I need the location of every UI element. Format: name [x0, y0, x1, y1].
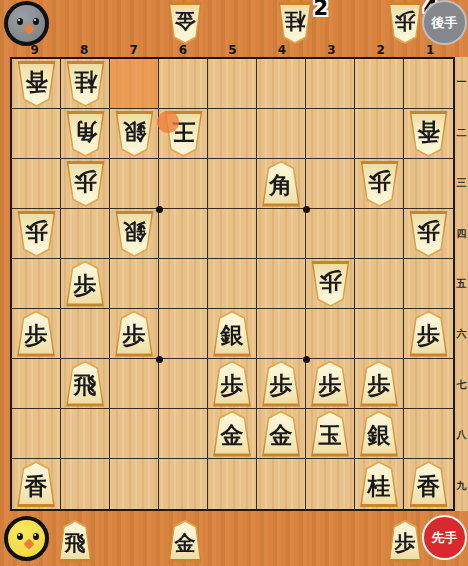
piece-kanji: 香	[25, 475, 48, 498]
piece-kanji: 銀	[123, 120, 146, 143]
piece-kanji: 飛	[74, 374, 97, 397]
gote-hand-歩[interactable]: 歩4	[387, 2, 423, 44]
sente-piece-飛[interactable]: 飛	[65, 361, 106, 407]
sente-piece-歩[interactable]: 歩	[16, 311, 57, 357]
rank-label-5: 五	[455, 259, 468, 309]
piece-kanji: 桂	[368, 475, 391, 498]
square-2六[interactable]	[355, 309, 404, 359]
sente-hand-金[interactable]: 金	[167, 520, 203, 562]
square-1六[interactable]: 歩	[404, 309, 453, 359]
sente-piece-桂[interactable]: 桂	[359, 461, 400, 507]
piece-kanji: 角	[74, 120, 97, 143]
rank-label-2: 二	[455, 107, 468, 157]
sente-hand-pieces: 飛金歩	[0, 515, 468, 566]
square-5二[interactable]	[208, 109, 257, 159]
sente-piece-角[interactable]: 角	[261, 161, 302, 207]
square-5五[interactable]	[208, 259, 257, 309]
square-1五[interactable]	[404, 259, 453, 309]
piece-kanji: 歩	[74, 170, 97, 193]
square-1二[interactable]: 香	[404, 109, 453, 159]
file-label-8: 8	[59, 43, 108, 57]
piece-face: 金	[263, 413, 300, 454]
file-label-5: 5	[208, 43, 257, 57]
piece-face: 銀	[214, 313, 251, 354]
piece-face: 角	[67, 114, 104, 155]
piece-kanji: 銀	[123, 220, 146, 243]
sente-piece-金[interactable]: 金	[167, 520, 203, 562]
square-3一[interactable]	[306, 59, 355, 109]
piece-kanji: 金	[175, 11, 196, 32]
file-label-1: 1	[406, 43, 455, 57]
piece-face: 桂	[67, 64, 104, 105]
piece-face: 歩	[361, 363, 398, 404]
piece-face: 香	[18, 64, 55, 105]
piece-kanji: 歩	[319, 374, 342, 397]
piece-face: 歩	[389, 5, 421, 42]
sente-piece-玉[interactable]: 玉	[310, 411, 351, 457]
last-move-marker	[157, 111, 179, 133]
square-3八[interactable]: 玉	[306, 409, 355, 459]
file-label-6: 6	[158, 43, 207, 57]
square-3四[interactable]	[306, 209, 355, 259]
gote-hand-area: 金桂2歩4 後手	[0, 0, 468, 45]
square-2四[interactable]	[355, 209, 404, 259]
piece-face: 飛	[67, 363, 104, 404]
gote-piece-銀[interactable]: 銀	[114, 211, 155, 257]
sente-piece-歩[interactable]: 歩	[359, 361, 400, 407]
piece-face: 桂	[361, 463, 398, 504]
piece-kanji: 金	[221, 424, 244, 447]
square-9八[interactable]	[12, 409, 61, 459]
piece-kanji: 歩	[221, 374, 244, 397]
gote-piece-歩[interactable]: 歩	[310, 261, 351, 307]
piece-kanji: 桂	[74, 70, 97, 93]
piece-kanji: 玉	[319, 424, 342, 447]
sente-hand-area: 飛金歩 先手	[0, 515, 468, 566]
piece-kanji: 歩	[368, 170, 391, 193]
piece-kanji: 飛	[65, 533, 86, 554]
piece-face: 香	[410, 114, 447, 155]
piece-face: 香	[18, 463, 55, 504]
gote-hand-金[interactable]: 金	[167, 2, 203, 44]
piece-face: 歩	[263, 363, 300, 404]
piece-kanji: 歩	[270, 374, 293, 397]
square-5七[interactable]: 歩	[208, 359, 257, 409]
square-9七[interactable]	[12, 359, 61, 409]
star-point	[303, 356, 310, 363]
rank-label-4: 四	[455, 208, 468, 258]
sente-piece-歩[interactable]: 歩	[387, 520, 423, 562]
square-6九[interactable]	[159, 459, 208, 509]
piece-face: 歩	[18, 214, 55, 255]
sente-piece-歩[interactable]: 歩	[261, 361, 302, 407]
square-3二[interactable]	[306, 109, 355, 159]
piece-face: 金	[214, 413, 251, 454]
piece-kanji: 歩	[25, 324, 48, 347]
file-label-4: 4	[257, 43, 306, 57]
rank-label-9: 九	[455, 461, 468, 511]
sente-badge-label: 先手	[432, 529, 458, 547]
sente-piece-銀[interactable]: 銀	[359, 411, 400, 457]
file-label-9: 9	[10, 43, 59, 57]
square-8七[interactable]: 飛	[61, 359, 110, 409]
square-4九[interactable]	[257, 459, 306, 509]
square-1三[interactable]	[404, 159, 453, 209]
square-5三[interactable]	[208, 159, 257, 209]
sente-piece-歩[interactable]: 歩	[212, 361, 253, 407]
hand-count: 2	[313, 0, 328, 19]
square-7六[interactable]: 歩	[110, 309, 159, 359]
square-8二[interactable]: 角	[61, 109, 110, 159]
gote-piece-金[interactable]: 金	[167, 2, 203, 44]
gote-badge: 後手	[422, 0, 467, 45]
square-2八[interactable]: 銀	[355, 409, 404, 459]
piece-face: 歩	[410, 214, 447, 255]
rank-label-3: 三	[455, 158, 468, 208]
piece-face: 飛	[59, 522, 91, 559]
square-4五[interactable]	[257, 259, 306, 309]
star-point	[156, 356, 163, 363]
gote-piece-歩[interactable]: 歩	[16, 211, 57, 257]
star-point	[156, 206, 163, 213]
piece-kanji: 歩	[25, 220, 48, 243]
square-3五[interactable]: 歩	[306, 259, 355, 309]
square-8三[interactable]: 歩	[61, 159, 110, 209]
piece-face: 歩	[67, 263, 104, 304]
square-7三[interactable]	[110, 159, 159, 209]
piece-face: 歩	[116, 313, 153, 354]
piece-face: 歩	[312, 363, 349, 404]
piece-face: 銀	[361, 413, 398, 454]
square-7四[interactable]: 銀	[110, 209, 159, 259]
square-7七[interactable]	[110, 359, 159, 409]
sente-piece-香[interactable]: 香	[408, 461, 449, 507]
square-7一[interactable]	[110, 59, 159, 109]
square-4二[interactable]	[257, 109, 306, 159]
piece-kanji: 角	[270, 174, 293, 197]
piece-kanji: 香	[417, 120, 440, 143]
square-5九[interactable]	[208, 459, 257, 509]
piece-kanji: 香	[417, 475, 440, 498]
piece-face: 歩	[67, 164, 104, 205]
star-point	[303, 206, 310, 213]
sente-piece-香[interactable]: 香	[16, 461, 57, 507]
square-9四[interactable]: 歩	[12, 209, 61, 259]
square-4一[interactable]	[257, 59, 306, 109]
rank-label-1: 一	[455, 57, 468, 107]
piece-kanji: 桂	[285, 11, 306, 32]
sente-piece-金[interactable]: 金	[261, 411, 302, 457]
file-label-3: 3	[307, 43, 356, 57]
sente-piece-歩[interactable]: 歩	[408, 311, 449, 357]
sente-badge: 先手	[422, 515, 467, 560]
sente-piece-銀[interactable]: 銀	[212, 311, 253, 357]
gote-piece-香[interactable]: 香	[16, 61, 57, 107]
gote-piece-歩[interactable]: 歩	[65, 161, 106, 207]
square-7五[interactable]	[110, 259, 159, 309]
square-9五[interactable]	[12, 259, 61, 309]
piece-kanji: 金	[270, 424, 293, 447]
square-6一[interactable]	[159, 59, 208, 109]
file-labels: 987654321	[10, 43, 455, 57]
piece-face: 桂	[279, 5, 311, 42]
piece-face: 歩	[389, 522, 421, 559]
piece-kanji: 歩	[395, 11, 416, 32]
piece-kanji: 金	[175, 533, 196, 554]
square-5一[interactable]	[208, 59, 257, 109]
square-1八[interactable]	[404, 409, 453, 459]
square-9三[interactable]	[12, 159, 61, 209]
piece-face: 歩	[410, 313, 447, 354]
square-5八[interactable]: 金	[208, 409, 257, 459]
square-3九[interactable]	[306, 459, 355, 509]
piece-face: 銀	[116, 114, 153, 155]
sente-piece-歩[interactable]: 歩	[65, 261, 106, 307]
gote-piece-香[interactable]: 香	[408, 111, 449, 157]
square-6三[interactable]	[159, 159, 208, 209]
piece-face: 香	[410, 463, 447, 504]
piece-face: 金	[169, 522, 201, 559]
sente-hand-飛[interactable]: 飛	[57, 520, 93, 562]
square-6四[interactable]	[159, 209, 208, 259]
square-1一[interactable]	[404, 59, 453, 109]
sente-hand-歩[interactable]: 歩	[387, 520, 423, 562]
square-8五[interactable]: 歩	[61, 259, 110, 309]
piece-face: 歩	[214, 363, 251, 404]
square-9六[interactable]: 歩	[12, 309, 61, 359]
gote-piece-歩[interactable]: 歩	[387, 2, 423, 44]
gote-hand-桂[interactable]: 桂2	[277, 2, 313, 44]
gote-piece-銀[interactable]: 銀	[114, 111, 155, 157]
square-4六[interactable]	[257, 309, 306, 359]
gote-piece-角[interactable]: 角	[65, 111, 106, 157]
square-2九[interactable]: 桂	[355, 459, 404, 509]
piece-face: 歩	[18, 313, 55, 354]
square-2二[interactable]	[355, 109, 404, 159]
sente-piece-金[interactable]: 金	[212, 411, 253, 457]
square-8六[interactable]	[61, 309, 110, 359]
square-6六[interactable]	[159, 309, 208, 359]
gote-piece-歩[interactable]: 歩	[359, 161, 400, 207]
shogi-board: 香桂角銀王香歩角歩歩銀歩歩歩歩歩銀歩飛歩歩歩歩金金玉銀香桂香	[10, 57, 455, 511]
rank-label-7: 七	[455, 360, 468, 410]
square-7二[interactable]: 銀	[110, 109, 159, 159]
gote-piece-桂[interactable]: 桂	[65, 61, 106, 107]
piece-kanji: 歩	[417, 324, 440, 347]
square-8一[interactable]: 桂	[61, 59, 110, 109]
sente-piece-歩[interactable]: 歩	[114, 311, 155, 357]
rank-label-6: 六	[455, 309, 468, 359]
piece-kanji: 銀	[221, 324, 244, 347]
shogi-app: 金桂2歩4 後手 987654321 香桂角銀王香歩角歩歩銀歩歩歩歩歩銀歩飛歩歩…	[0, 0, 468, 566]
piece-face: 銀	[116, 214, 153, 255]
square-6七[interactable]	[159, 359, 208, 409]
square-9二[interactable]	[12, 109, 61, 159]
square-2七[interactable]: 歩	[355, 359, 404, 409]
piece-face: 歩	[361, 164, 398, 205]
square-8八[interactable]	[61, 409, 110, 459]
sente-piece-飛[interactable]: 飛	[57, 520, 93, 562]
square-3三[interactable]	[306, 159, 355, 209]
square-1九[interactable]: 香	[404, 459, 453, 509]
piece-face: 角	[263, 163, 300, 204]
square-7八[interactable]	[110, 409, 159, 459]
file-label-7: 7	[109, 43, 158, 57]
piece-kanji: 歩	[123, 324, 146, 347]
sente-piece-歩[interactable]: 歩	[310, 361, 351, 407]
piece-kanji: 歩	[417, 220, 440, 243]
square-8四[interactable]	[61, 209, 110, 259]
square-4四[interactable]	[257, 209, 306, 259]
piece-kanji: 歩	[74, 274, 97, 297]
gote-piece-歩[interactable]: 歩	[408, 211, 449, 257]
square-3六[interactable]	[306, 309, 355, 359]
piece-kanji: 歩	[319, 270, 342, 293]
piece-face: 玉	[312, 413, 349, 454]
square-6五[interactable]	[159, 259, 208, 309]
piece-kanji: 歩	[395, 533, 416, 554]
piece-face: 歩	[312, 264, 349, 305]
square-9一[interactable]: 香	[12, 59, 61, 109]
gote-hand-pieces: 金桂2歩4	[0, 0, 468, 45]
square-4八[interactable]: 金	[257, 409, 306, 459]
square-1四[interactable]: 歩	[404, 209, 453, 259]
square-5六[interactable]: 銀	[208, 309, 257, 359]
square-7九[interactable]	[110, 459, 159, 509]
square-9九[interactable]: 香	[12, 459, 61, 509]
square-1七[interactable]	[404, 359, 453, 409]
piece-kanji: 香	[25, 70, 48, 93]
piece-kanji: 銀	[368, 424, 391, 447]
piece-kanji: 歩	[368, 374, 391, 397]
square-4三[interactable]: 角	[257, 159, 306, 209]
file-label-2: 2	[356, 43, 405, 57]
square-2五[interactable]	[355, 259, 404, 309]
rank-label-8: 八	[455, 410, 468, 460]
gote-badge-label: 後手	[432, 14, 458, 32]
gote-piece-桂[interactable]: 桂	[277, 2, 313, 44]
rank-labels: 一二三四五六七八九	[455, 57, 468, 511]
square-4七[interactable]: 歩	[257, 359, 306, 409]
square-6八[interactable]	[159, 409, 208, 459]
square-2三[interactable]: 歩	[355, 159, 404, 209]
piece-face: 金	[169, 5, 201, 42]
square-2一[interactable]	[355, 59, 404, 109]
square-3七[interactable]: 歩	[306, 359, 355, 409]
square-5四[interactable]	[208, 209, 257, 259]
square-8九[interactable]	[61, 459, 110, 509]
